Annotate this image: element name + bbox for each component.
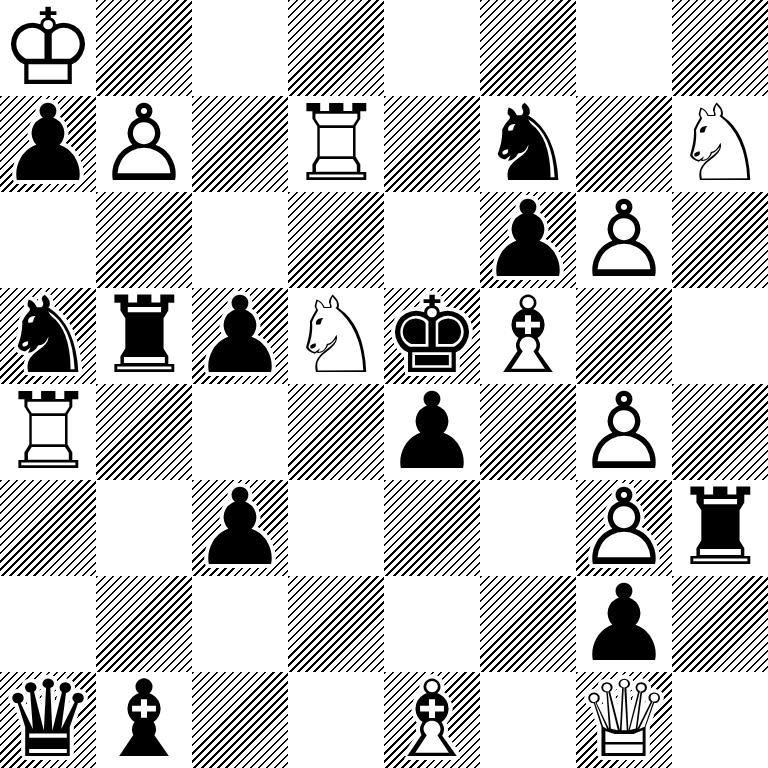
- piece-halo: ♚: [384, 288, 480, 384]
- square-d6[interactable]: [288, 192, 384, 288]
- piece-halo: ♟: [576, 192, 672, 288]
- white-queen-icon: ♕: [576, 672, 672, 768]
- square-g8[interactable]: [576, 0, 672, 96]
- square-f4[interactable]: [480, 384, 576, 480]
- black-pawn-icon: ♟: [384, 384, 480, 480]
- square-e6[interactable]: [384, 192, 480, 288]
- square-d7[interactable]: ♜♖: [288, 96, 384, 192]
- square-f3[interactable]: [480, 480, 576, 576]
- square-h7[interactable]: ♞♘: [672, 96, 768, 192]
- square-e5[interactable]: ♚♚: [384, 288, 480, 384]
- square-a1[interactable]: ♛♛: [0, 672, 96, 768]
- black-knight-icon: ♞: [480, 96, 576, 192]
- piece-halo: ♟: [192, 288, 288, 384]
- white-bishop-icon: ♗: [480, 288, 576, 384]
- chess-diagram: ♚♔♟♟♟♙♜♖♞♞♞♘♟♟♟♙♞♞♜♜♟♟♞♘♚♚♝♗♜♖♟♟♟♙♟♟♟♙♜♜…: [0, 0, 768, 768]
- square-d2[interactable]: [288, 576, 384, 672]
- piece-halo: ♞: [288, 288, 384, 384]
- piece-halo: ♜: [672, 480, 768, 576]
- square-e3[interactable]: [384, 480, 480, 576]
- square-a3[interactable]: [0, 480, 96, 576]
- black-pawn-icon: ♟: [192, 288, 288, 384]
- piece-halo: ♜: [96, 288, 192, 384]
- square-d8[interactable]: [288, 0, 384, 96]
- piece-halo: ♛: [576, 672, 672, 768]
- white-rook-icon: ♖: [0, 384, 96, 480]
- black-queen-icon: ♛: [0, 672, 96, 768]
- piece-halo: ♚: [0, 0, 96, 96]
- square-f5[interactable]: ♝♗: [480, 288, 576, 384]
- white-pawn-icon: ♙: [576, 192, 672, 288]
- square-e2[interactable]: [384, 576, 480, 672]
- square-h8[interactable]: [672, 0, 768, 96]
- piece-halo: ♝: [96, 672, 192, 768]
- piece-halo: ♟: [384, 384, 480, 480]
- square-d3[interactable]: [288, 480, 384, 576]
- square-h3[interactable]: ♜♜: [672, 480, 768, 576]
- black-bishop-icon: ♝: [96, 672, 192, 768]
- square-f1[interactable]: [480, 672, 576, 768]
- square-a6[interactable]: [0, 192, 96, 288]
- square-b4[interactable]: [96, 384, 192, 480]
- square-h1[interactable]: [672, 672, 768, 768]
- piece-halo: ♝: [480, 288, 576, 384]
- square-e1[interactable]: ♝♗: [384, 672, 480, 768]
- piece-halo: ♞: [0, 288, 96, 384]
- piece-halo: ♜: [288, 96, 384, 192]
- square-c6[interactable]: [192, 192, 288, 288]
- square-c4[interactable]: [192, 384, 288, 480]
- white-pawn-icon: ♙: [576, 480, 672, 576]
- square-g7[interactable]: [576, 96, 672, 192]
- square-b1[interactable]: ♝♝: [96, 672, 192, 768]
- square-e4[interactable]: ♟♟: [384, 384, 480, 480]
- black-rook-icon: ♜: [96, 288, 192, 384]
- square-h4[interactable]: [672, 384, 768, 480]
- black-pawn-icon: ♟: [192, 480, 288, 576]
- white-pawn-icon: ♙: [576, 384, 672, 480]
- black-pawn-icon: ♟: [0, 96, 96, 192]
- square-b6[interactable]: [96, 192, 192, 288]
- square-d4[interactable]: [288, 384, 384, 480]
- square-f6[interactable]: ♟♟: [480, 192, 576, 288]
- white-knight-icon: ♘: [288, 288, 384, 384]
- square-e7[interactable]: [384, 96, 480, 192]
- square-g2[interactable]: ♟♟: [576, 576, 672, 672]
- piece-halo: ♟: [96, 96, 192, 192]
- square-f7[interactable]: ♞♞: [480, 96, 576, 192]
- square-h5[interactable]: [672, 288, 768, 384]
- square-a4[interactable]: ♜♖: [0, 384, 96, 480]
- square-h2[interactable]: [672, 576, 768, 672]
- square-c3[interactable]: ♟♟: [192, 480, 288, 576]
- square-c1[interactable]: [192, 672, 288, 768]
- black-king-icon: ♚: [384, 288, 480, 384]
- piece-halo: ♟: [192, 480, 288, 576]
- white-knight-icon: ♘: [672, 96, 768, 192]
- piece-halo: ♟: [576, 384, 672, 480]
- square-g6[interactable]: ♟♙: [576, 192, 672, 288]
- piece-halo: ♟: [480, 192, 576, 288]
- black-knight-icon: ♞: [0, 288, 96, 384]
- square-b5[interactable]: ♜♜: [96, 288, 192, 384]
- square-c2[interactable]: [192, 576, 288, 672]
- square-b7[interactable]: ♟♙: [96, 96, 192, 192]
- square-e8[interactable]: [384, 0, 480, 96]
- square-g5[interactable]: [576, 288, 672, 384]
- square-c5[interactable]: ♟♟: [192, 288, 288, 384]
- square-a2[interactable]: [0, 576, 96, 672]
- square-h6[interactable]: [672, 192, 768, 288]
- piece-halo: ♟: [576, 576, 672, 672]
- black-pawn-icon: ♟: [576, 576, 672, 672]
- square-f2[interactable]: [480, 576, 576, 672]
- piece-halo: ♞: [672, 96, 768, 192]
- piece-halo: ♛: [0, 672, 96, 768]
- square-g3[interactable]: ♟♙: [576, 480, 672, 576]
- square-g4[interactable]: ♟♙: [576, 384, 672, 480]
- square-d1[interactable]: [288, 672, 384, 768]
- piece-halo: ♟: [0, 96, 96, 192]
- black-rook-icon: ♜: [672, 480, 768, 576]
- square-a8[interactable]: ♚♔: [0, 0, 96, 96]
- piece-halo: ♟: [576, 480, 672, 576]
- square-c8[interactable]: [192, 0, 288, 96]
- black-pawn-icon: ♟: [480, 192, 576, 288]
- white-rook-icon: ♖: [288, 96, 384, 192]
- square-g1[interactable]: ♛♕: [576, 672, 672, 768]
- white-king-icon: ♔: [0, 0, 96, 96]
- square-b2[interactable]: [96, 576, 192, 672]
- square-a7[interactable]: ♟♟: [0, 96, 96, 192]
- piece-halo: ♞: [480, 96, 576, 192]
- chess-board: ♚♔♟♟♟♙♜♖♞♞♞♘♟♟♟♙♞♞♜♜♟♟♞♘♚♚♝♗♜♖♟♟♟♙♟♟♟♙♜♜…: [0, 0, 768, 768]
- square-a5[interactable]: ♞♞: [0, 288, 96, 384]
- piece-halo: ♝: [384, 672, 480, 768]
- square-d5[interactable]: ♞♘: [288, 288, 384, 384]
- square-b3[interactable]: [96, 480, 192, 576]
- square-f8[interactable]: [480, 0, 576, 96]
- piece-halo: ♜: [0, 384, 96, 480]
- white-pawn-icon: ♙: [96, 96, 192, 192]
- square-c7[interactable]: [192, 96, 288, 192]
- white-bishop-icon: ♗: [384, 672, 480, 768]
- square-b8[interactable]: [96, 0, 192, 96]
